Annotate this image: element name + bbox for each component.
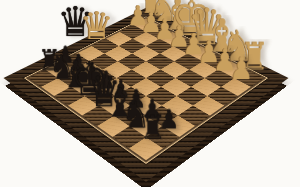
extra-white-queen: ♛ xyxy=(80,7,114,45)
square-a4 xyxy=(193,96,224,116)
chess-set-photo: ♜♞♝♛♚♝♞♜♟♟♟♟♟♟♟♟♟♟♟♟♟♟♟♟♜♞♝♛♚♝♞♜ ♛ ♛ xyxy=(0,0,300,187)
white-pawn: ♟ xyxy=(229,54,254,84)
black-rook: ♜ xyxy=(140,112,166,143)
chess-board: ♜♞♝♛♚♝♞♜♟♟♟♟♟♟♟♟♟♟♟♟♟♟♟♟♜♞♝♛♚♝♞♜ xyxy=(3,8,288,182)
